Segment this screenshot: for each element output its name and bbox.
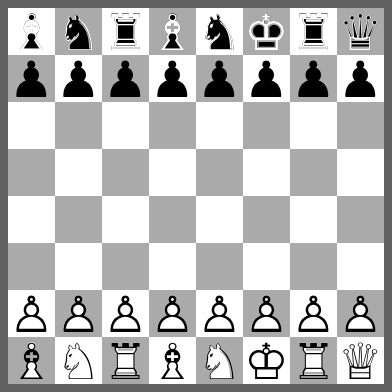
white-bishop-detail: ♗ <box>149 338 196 385</box>
square-h4[interactable] <box>337 196 384 243</box>
white-pawn[interactable]: ♟ <box>337 291 384 338</box>
black-bishop[interactable]: ♝ <box>149 9 196 56</box>
square-h8[interactable]: ♛♕ <box>337 8 384 55</box>
square-e8[interactable]: ♞♘ <box>196 8 243 55</box>
square-f6[interactable] <box>243 102 290 149</box>
square-f1[interactable]: ♚♔ <box>243 337 290 384</box>
white-knight[interactable]: ♞ <box>196 338 243 385</box>
square-a5[interactable] <box>8 149 55 196</box>
black-pawn[interactable]: ♟ <box>8 56 55 103</box>
white-rook[interactable]: ♜ <box>290 338 337 385</box>
square-g6[interactable] <box>290 102 337 149</box>
square-b5[interactable] <box>55 149 102 196</box>
square-f7[interactable]: ♟ <box>243 55 290 102</box>
square-h3[interactable] <box>337 243 384 290</box>
black-rook[interactable]: ♜ <box>102 9 149 56</box>
black-rook[interactable]: ♜ <box>290 9 337 56</box>
white-pawn[interactable]: ♟ <box>149 291 196 338</box>
square-g7[interactable]: ♟ <box>290 55 337 102</box>
square-f3[interactable] <box>243 243 290 290</box>
square-d6[interactable] <box>149 102 196 149</box>
white-pawn-detail: ♙ <box>8 291 55 338</box>
white-pawn[interactable]: ♟ <box>243 291 290 338</box>
square-g8[interactable]: ♜♖ <box>290 8 337 55</box>
white-pawn[interactable]: ♟ <box>8 291 55 338</box>
square-g3[interactable] <box>290 243 337 290</box>
square-h2[interactable]: ♟♙ <box>337 290 384 337</box>
square-f4[interactable] <box>243 196 290 243</box>
square-c5[interactable] <box>102 149 149 196</box>
black-bishop-detail: ♗ <box>149 9 196 56</box>
square-b6[interactable] <box>55 102 102 149</box>
square-f2[interactable]: ♟♙ <box>243 290 290 337</box>
white-rook-detail: ♖ <box>102 338 149 385</box>
black-pawn[interactable]: ♟ <box>243 56 290 103</box>
square-h1[interactable]: ♛♕ <box>337 337 384 384</box>
square-f5[interactable] <box>243 149 290 196</box>
white-pawn[interactable]: ♟ <box>196 291 243 338</box>
square-c3[interactable] <box>102 243 149 290</box>
square-c8[interactable]: ♜♖ <box>102 8 149 55</box>
square-a1[interactable]: ♝♗ <box>8 337 55 384</box>
black-rook-detail: ♖ <box>290 9 337 56</box>
square-a4[interactable] <box>8 196 55 243</box>
square-h5[interactable] <box>337 149 384 196</box>
black-queen[interactable]: ♛ <box>337 9 384 56</box>
white-pawn-detail: ♙ <box>243 291 290 338</box>
square-e7[interactable]: ♟ <box>196 55 243 102</box>
black-bishop-detail: ♗ <box>8 9 55 56</box>
white-bishop[interactable]: ♝ <box>8 338 55 385</box>
white-pawn-detail: ♙ <box>102 291 149 338</box>
square-b1[interactable]: ♞♘ <box>55 337 102 384</box>
white-king[interactable]: ♚ <box>243 338 290 385</box>
square-a2[interactable]: ♟♙ <box>8 290 55 337</box>
square-b7[interactable]: ♟ <box>55 55 102 102</box>
white-pawn-detail: ♙ <box>337 291 384 338</box>
square-d5[interactable] <box>149 149 196 196</box>
white-pawn[interactable]: ♟ <box>290 291 337 338</box>
white-queen[interactable]: ♛ <box>337 338 384 385</box>
black-knight[interactable]: ♞ <box>196 9 243 56</box>
square-a7[interactable]: ♟ <box>8 55 55 102</box>
square-a8[interactable]: ♝♗ <box>8 8 55 55</box>
square-e1[interactable]: ♞♘ <box>196 337 243 384</box>
white-king-detail: ♔ <box>243 338 290 385</box>
square-f8[interactable]: ♚♔ <box>243 8 290 55</box>
square-d4[interactable] <box>149 196 196 243</box>
black-queen-detail: ♕ <box>337 9 384 56</box>
black-knight-detail: ♘ <box>55 9 102 56</box>
chess-board: ♝♗♞♘♜♖♝♗♞♘♚♔♜♖♛♕♟♟♟♟♟♟♟♟♟♙♟♙♟♙♟♙♟♙♟♙♟♙♟♙… <box>8 8 384 384</box>
square-c4[interactable] <box>102 196 149 243</box>
square-h6[interactable] <box>337 102 384 149</box>
black-king[interactable]: ♚ <box>243 9 290 56</box>
square-b3[interactable] <box>55 243 102 290</box>
black-knight[interactable]: ♞ <box>55 9 102 56</box>
black-pawn[interactable]: ♟ <box>55 56 102 103</box>
black-pawn[interactable]: ♟ <box>337 56 384 103</box>
square-d8[interactable]: ♝♗ <box>149 8 196 55</box>
square-g2[interactable]: ♟♙ <box>290 290 337 337</box>
white-knight[interactable]: ♞ <box>55 338 102 385</box>
white-pawn[interactable]: ♟ <box>55 291 102 338</box>
white-rook[interactable]: ♜ <box>102 338 149 385</box>
white-knight-detail: ♘ <box>55 338 102 385</box>
square-g5[interactable] <box>290 149 337 196</box>
square-c7[interactable]: ♟ <box>102 55 149 102</box>
white-pawn-detail: ♙ <box>149 291 196 338</box>
square-e3[interactable] <box>196 243 243 290</box>
white-queen-detail: ♕ <box>337 338 384 385</box>
white-knight-detail: ♘ <box>196 338 243 385</box>
square-c6[interactable] <box>102 102 149 149</box>
square-b2[interactable]: ♟♙ <box>55 290 102 337</box>
chess-board-frame: ♝♗♞♘♜♖♝♗♞♘♚♔♜♖♛♕♟♟♟♟♟♟♟♟♟♙♟♙♟♙♟♙♟♙♟♙♟♙♟♙… <box>0 0 392 392</box>
white-pawn[interactable]: ♟ <box>102 291 149 338</box>
square-e2[interactable]: ♟♙ <box>196 290 243 337</box>
black-king-detail: ♔ <box>243 9 290 56</box>
square-e5[interactable] <box>196 149 243 196</box>
square-c1[interactable]: ♜♖ <box>102 337 149 384</box>
square-a6[interactable] <box>8 102 55 149</box>
square-d3[interactable] <box>149 243 196 290</box>
white-pawn-detail: ♙ <box>290 291 337 338</box>
square-c2[interactable]: ♟♙ <box>102 290 149 337</box>
black-rook-detail: ♖ <box>102 9 149 56</box>
black-bishop[interactable]: ♝ <box>8 9 55 56</box>
white-pawn-detail: ♙ <box>55 291 102 338</box>
square-b4[interactable] <box>55 196 102 243</box>
square-g1[interactable]: ♜♖ <box>290 337 337 384</box>
square-d7[interactable]: ♟ <box>149 55 196 102</box>
square-e4[interactable] <box>196 196 243 243</box>
white-pawn-detail: ♙ <box>196 291 243 338</box>
square-b8[interactable]: ♞♘ <box>55 8 102 55</box>
black-pawn[interactable]: ♟ <box>290 56 337 103</box>
white-bishop[interactable]: ♝ <box>149 338 196 385</box>
white-bishop-detail: ♗ <box>8 338 55 385</box>
black-pawn[interactable]: ♟ <box>102 56 149 103</box>
square-d1[interactable]: ♝♗ <box>149 337 196 384</box>
black-knight-detail: ♘ <box>196 9 243 56</box>
square-e6[interactable] <box>196 102 243 149</box>
square-h7[interactable]: ♟ <box>337 55 384 102</box>
square-a3[interactable] <box>8 243 55 290</box>
white-rook-detail: ♖ <box>290 338 337 385</box>
black-pawn[interactable]: ♟ <box>149 56 196 103</box>
square-d2[interactable]: ♟♙ <box>149 290 196 337</box>
black-pawn[interactable]: ♟ <box>196 56 243 103</box>
square-g4[interactable] <box>290 196 337 243</box>
